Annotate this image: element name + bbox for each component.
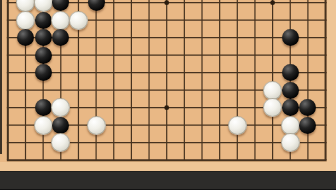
intersection-P6[interactable]	[246, 64, 264, 82]
intersection-H2[interactable]	[123, 134, 141, 152]
white-stone	[263, 98, 282, 117]
intersection-Q4[interactable]	[264, 99, 282, 117]
intersection-G4[interactable]	[105, 99, 123, 117]
intersection-E10[interactable]	[70, 0, 88, 11]
white-stone	[34, 0, 53, 12]
intersection-H3[interactable]	[123, 116, 141, 134]
intersection-B7[interactable]	[17, 46, 35, 64]
intersection-A2[interactable]	[0, 134, 17, 152]
intersection-Q5[interactable]	[264, 81, 282, 99]
intersection-J8[interactable]	[140, 29, 158, 47]
intersection-O10[interactable]	[228, 0, 246, 11]
intersection-J5[interactable]	[140, 81, 158, 99]
intersection-M7[interactable]	[193, 46, 211, 64]
intersection-D3[interactable]	[52, 116, 70, 134]
intersection-L2[interactable]	[175, 134, 193, 152]
intersection-J4[interactable]	[140, 99, 158, 117]
intersection-S2[interactable]	[299, 134, 317, 152]
white-stone	[51, 11, 70, 30]
black-stone	[52, 0, 69, 11]
intersection-G10[interactable]	[105, 0, 123, 11]
black-stone	[282, 99, 299, 116]
go-board	[0, 0, 336, 189]
intersection-Q3[interactable]	[264, 116, 282, 134]
intersection-A1[interactable]	[0, 151, 17, 169]
intersection-S8[interactable]	[299, 29, 317, 47]
intersection-T1[interactable]	[317, 151, 335, 169]
intersection-H8[interactable]	[123, 29, 141, 47]
intersection-J3[interactable]	[140, 116, 158, 134]
intersection-M9[interactable]	[193, 11, 211, 29]
intersection-K6[interactable]	[158, 64, 176, 82]
intersection-A5[interactable]	[0, 81, 17, 99]
intersection-L5[interactable]	[175, 81, 193, 99]
intersection-G6[interactable]	[105, 64, 123, 82]
intersection-Q1[interactable]	[264, 151, 282, 169]
intersection-G3[interactable]	[105, 116, 123, 134]
intersection-T9[interactable]	[317, 11, 335, 29]
intersection-G9[interactable]	[105, 11, 123, 29]
intersection-O7[interactable]	[228, 46, 246, 64]
intersection-D10[interactable]	[52, 0, 70, 11]
black-stone	[35, 12, 52, 29]
black-stone	[35, 29, 52, 46]
intersection-K3[interactable]	[158, 116, 176, 134]
white-stone	[281, 116, 300, 135]
intersection-S5[interactable]	[299, 81, 317, 99]
intersection-O2[interactable]	[228, 134, 246, 152]
intersection-O4[interactable]	[228, 99, 246, 117]
intersection-Q7[interactable]	[264, 46, 282, 64]
left-edge-shadow	[0, 0, 2, 154]
intersection-T6[interactable]	[317, 64, 335, 82]
intersection-R10[interactable]	[281, 0, 299, 11]
intersection-L9[interactable]	[175, 11, 193, 29]
intersection-Q6[interactable]	[264, 64, 282, 82]
intersection-M6[interactable]	[193, 64, 211, 82]
intersection-C7[interactable]	[34, 46, 52, 64]
intersection-B1[interactable]	[17, 151, 35, 169]
intersection-J10[interactable]	[140, 0, 158, 11]
intersection-P1[interactable]	[246, 151, 264, 169]
intersection-B4[interactable]	[17, 99, 35, 117]
intersection-P8[interactable]	[246, 29, 264, 47]
intersection-L3[interactable]	[175, 116, 193, 134]
intersection-C5[interactable]	[34, 81, 52, 99]
intersection-T5[interactable]	[317, 81, 335, 99]
intersection-A3[interactable]	[0, 116, 17, 134]
intersection-L10[interactable]	[175, 0, 193, 11]
intersection-S9[interactable]	[299, 11, 317, 29]
intersection-C10[interactable]	[34, 0, 52, 11]
intersection-P2[interactable]	[246, 134, 264, 152]
intersection-J7[interactable]	[140, 46, 158, 64]
intersection-L8[interactable]	[175, 29, 193, 47]
black-stone	[35, 64, 52, 81]
intersection-Q2[interactable]	[264, 134, 282, 152]
intersection-F7[interactable]	[87, 46, 105, 64]
black-stone	[299, 99, 316, 116]
intersection-T3[interactable]	[317, 116, 335, 134]
intersection-Q10[interactable]	[264, 0, 282, 11]
letterbox-bottom-bar	[0, 171, 336, 190]
intersection-N2[interactable]	[211, 134, 229, 152]
intersection-P4[interactable]	[246, 99, 264, 117]
black-stone	[17, 29, 34, 46]
intersection-N9[interactable]	[211, 11, 229, 29]
intersection-T8[interactable]	[317, 29, 335, 47]
intersection-A8[interactable]	[0, 29, 17, 47]
white-stone	[281, 133, 300, 152]
intersection-G7[interactable]	[105, 46, 123, 64]
intersection-O1[interactable]	[228, 151, 246, 169]
intersection-T2[interactable]	[317, 134, 335, 152]
intersection-A10[interactable]	[0, 0, 17, 11]
black-stone	[52, 29, 69, 46]
intersection-E9[interactable]	[70, 11, 88, 29]
intersection-D9[interactable]	[52, 11, 70, 29]
black-stone	[299, 117, 316, 134]
black-stone	[282, 82, 299, 99]
intersection-E3[interactable]	[70, 116, 88, 134]
intersection-P5[interactable]	[246, 81, 264, 99]
intersection-B2[interactable]	[17, 134, 35, 152]
intersection-F2[interactable]	[87, 134, 105, 152]
intersection-E6[interactable]	[70, 64, 88, 82]
intersection-D7[interactable]	[52, 46, 70, 64]
black-stone	[52, 117, 69, 134]
intersection-P10[interactable]	[246, 0, 264, 11]
intersection-G8[interactable]	[105, 29, 123, 47]
intersection-K5[interactable]	[158, 81, 176, 99]
intersection-D8[interactable]	[52, 29, 70, 47]
intersection-B3[interactable]	[17, 116, 35, 134]
intersection-F6[interactable]	[87, 64, 105, 82]
intersection-O9[interactable]	[228, 11, 246, 29]
intersection-S7[interactable]	[299, 46, 317, 64]
intersection-M1[interactable]	[193, 151, 211, 169]
intersection-J6[interactable]	[140, 64, 158, 82]
intersection-E5[interactable]	[70, 81, 88, 99]
white-stone	[69, 11, 88, 30]
intersection-L6[interactable]	[175, 64, 193, 82]
intersection-A9[interactable]	[0, 11, 17, 29]
board-intersection-grid	[0, 0, 334, 169]
intersection-N3[interactable]	[211, 116, 229, 134]
intersection-R4[interactable]	[281, 99, 299, 117]
intersection-C1[interactable]	[34, 151, 52, 169]
intersection-R3[interactable]	[281, 116, 299, 134]
intersection-K2[interactable]	[158, 134, 176, 152]
intersection-O5[interactable]	[228, 81, 246, 99]
intersection-H7[interactable]	[123, 46, 141, 64]
intersection-G2[interactable]	[105, 134, 123, 152]
intersection-S3[interactable]	[299, 116, 317, 134]
intersection-B8[interactable]	[17, 29, 35, 47]
intersection-S10[interactable]	[299, 0, 317, 11]
intersection-L4[interactable]	[175, 99, 193, 117]
intersection-H1[interactable]	[123, 151, 141, 169]
black-stone	[282, 64, 299, 81]
black-stone	[282, 29, 299, 46]
intersection-P7[interactable]	[246, 46, 264, 64]
intersection-L7[interactable]	[175, 46, 193, 64]
intersection-R8[interactable]	[281, 29, 299, 47]
intersection-D4[interactable]	[52, 99, 70, 117]
intersection-F5[interactable]	[87, 81, 105, 99]
white-stone	[87, 116, 106, 135]
intersection-M10[interactable]	[193, 0, 211, 11]
intersection-M3[interactable]	[193, 116, 211, 134]
intersection-Q9[interactable]	[264, 11, 282, 29]
intersection-B6[interactable]	[17, 64, 35, 82]
intersection-F1[interactable]	[87, 151, 105, 169]
intersection-S1[interactable]	[299, 151, 317, 169]
intersection-C6[interactable]	[34, 64, 52, 82]
intersection-O3[interactable]	[228, 116, 246, 134]
intersection-C4[interactable]	[34, 99, 52, 117]
intersection-S6[interactable]	[299, 64, 317, 82]
intersection-F3[interactable]	[87, 116, 105, 134]
intersection-O8[interactable]	[228, 29, 246, 47]
intersection-N1[interactable]	[211, 151, 229, 169]
intersection-R7[interactable]	[281, 46, 299, 64]
intersection-N10[interactable]	[211, 0, 229, 11]
intersection-H9[interactable]	[123, 11, 141, 29]
intersection-N8[interactable]	[211, 29, 229, 47]
intersection-M2[interactable]	[193, 134, 211, 152]
intersection-F9[interactable]	[87, 11, 105, 29]
intersection-J9[interactable]	[140, 11, 158, 29]
white-stone	[263, 81, 282, 100]
white-stone	[51, 133, 70, 152]
white-stone	[34, 116, 53, 135]
intersection-C2[interactable]	[34, 134, 52, 152]
intersection-K7[interactable]	[158, 46, 176, 64]
intersection-J1[interactable]	[140, 151, 158, 169]
intersection-E1[interactable]	[70, 151, 88, 169]
intersection-F8[interactable]	[87, 29, 105, 47]
intersection-H10[interactable]	[123, 0, 141, 11]
intersection-E4[interactable]	[70, 99, 88, 117]
intersection-H4[interactable]	[123, 99, 141, 117]
intersection-N7[interactable]	[211, 46, 229, 64]
white-stone	[16, 11, 35, 30]
intersection-O6[interactable]	[228, 64, 246, 82]
intersection-K8[interactable]	[158, 29, 176, 47]
intersection-T4[interactable]	[317, 99, 335, 117]
intersection-D1[interactable]	[52, 151, 70, 169]
intersection-S4[interactable]	[299, 99, 317, 117]
intersection-K9[interactable]	[158, 11, 176, 29]
intersection-B9[interactable]	[17, 11, 35, 29]
intersection-J2[interactable]	[140, 134, 158, 152]
intersection-B5[interactable]	[17, 81, 35, 99]
intersection-E8[interactable]	[70, 29, 88, 47]
intersection-T10[interactable]	[317, 0, 335, 11]
intersection-C3[interactable]	[34, 116, 52, 134]
intersection-K10[interactable]	[158, 0, 176, 11]
intersection-N4[interactable]	[211, 99, 229, 117]
intersection-P9[interactable]	[246, 11, 264, 29]
intersection-M5[interactable]	[193, 81, 211, 99]
intersection-A6[interactable]	[0, 64, 17, 82]
intersection-A7[interactable]	[0, 46, 17, 64]
black-stone	[35, 99, 52, 116]
intersection-H5[interactable]	[123, 81, 141, 99]
black-stone	[35, 47, 52, 64]
intersection-T7[interactable]	[317, 46, 335, 64]
black-stone	[88, 0, 105, 11]
intersection-F4[interactable]	[87, 99, 105, 117]
intersection-M8[interactable]	[193, 29, 211, 47]
intersection-B10[interactable]	[17, 0, 35, 11]
intersection-R9[interactable]	[281, 11, 299, 29]
intersection-C9[interactable]	[34, 11, 52, 29]
white-stone	[228, 116, 247, 135]
intersection-R2[interactable]	[281, 134, 299, 152]
intersection-R6[interactable]	[281, 64, 299, 82]
intersection-E7[interactable]	[70, 46, 88, 64]
intersection-N5[interactable]	[211, 81, 229, 99]
intersection-G5[interactable]	[105, 81, 123, 99]
intersection-H6[interactable]	[123, 64, 141, 82]
white-stone	[51, 98, 70, 117]
intersection-N6[interactable]	[211, 64, 229, 82]
intersection-K4[interactable]	[158, 99, 176, 117]
intersection-R1[interactable]	[281, 151, 299, 169]
intersection-C8[interactable]	[34, 29, 52, 47]
intersection-F10[interactable]	[87, 0, 105, 11]
intersection-E2[interactable]	[70, 134, 88, 152]
intersection-P3[interactable]	[246, 116, 264, 134]
intersection-D5[interactable]	[52, 81, 70, 99]
intersection-R5[interactable]	[281, 81, 299, 99]
intersection-L1[interactable]	[175, 151, 193, 169]
intersection-D6[interactable]	[52, 64, 70, 82]
intersection-D2[interactable]	[52, 134, 70, 152]
intersection-M4[interactable]	[193, 99, 211, 117]
intersection-A4[interactable]	[0, 99, 17, 117]
intersection-K1[interactable]	[158, 151, 176, 169]
intersection-G1[interactable]	[105, 151, 123, 169]
intersection-Q8[interactable]	[264, 29, 282, 47]
